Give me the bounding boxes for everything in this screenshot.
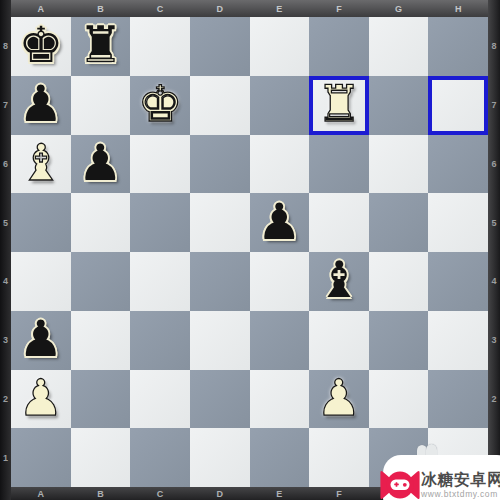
square-b2[interactable]	[71, 370, 131, 429]
rank-label-1: 1	[0, 428, 11, 487]
rank-labels-right: 87654321	[488, 17, 500, 487]
square-e8[interactable]	[250, 17, 310, 76]
rank-label-6: 6	[0, 135, 11, 194]
square-g5[interactable]	[369, 193, 429, 252]
square-f7[interactable]: ♜	[309, 76, 369, 135]
square-f1[interactable]	[309, 428, 369, 487]
file-label-b: B	[71, 0, 131, 17]
square-g2[interactable]	[369, 370, 429, 429]
square-h3[interactable]	[428, 311, 488, 370]
square-c8[interactable]	[130, 17, 190, 76]
square-f8[interactable]	[309, 17, 369, 76]
square-c7[interactable]: ♚	[130, 76, 190, 135]
file-label-b: B	[71, 487, 131, 500]
square-d6[interactable]	[190, 135, 250, 194]
square-b8[interactable]: ♜	[71, 17, 131, 76]
square-c3[interactable]	[130, 311, 190, 370]
square-c1[interactable]	[130, 428, 190, 487]
square-f2[interactable]: ♟	[309, 370, 369, 429]
rank-label-2: 2	[0, 370, 11, 429]
rank-label-6: 6	[488, 135, 500, 194]
square-f6[interactable]	[309, 135, 369, 194]
rank-label-5: 5	[0, 193, 11, 252]
square-h8[interactable]	[428, 17, 488, 76]
square-e2[interactable]	[250, 370, 310, 429]
file-labels-top: ABCDEFGH	[11, 0, 488, 17]
rank-label-3: 3	[0, 311, 11, 370]
square-d1[interactable]	[190, 428, 250, 487]
rank-label-3: 3	[488, 311, 500, 370]
square-e6[interactable]	[250, 135, 310, 194]
rank-label-2: 2	[488, 370, 500, 429]
square-a6[interactable]: ♝	[11, 135, 71, 194]
black-rook[interactable]: ♜	[78, 20, 123, 70]
square-c5[interactable]	[130, 193, 190, 252]
file-label-e: E	[250, 0, 310, 17]
black-king[interactable]: ♚	[18, 20, 63, 70]
square-f4[interactable]: ♝	[309, 252, 369, 311]
square-a3[interactable]: ♟	[11, 311, 71, 370]
square-e7[interactable]	[250, 76, 310, 135]
rank-label-7: 7	[0, 76, 11, 135]
square-d8[interactable]	[190, 17, 250, 76]
square-b7[interactable]	[71, 76, 131, 135]
square-h6[interactable]	[428, 135, 488, 194]
file-label-c: C	[130, 487, 190, 500]
candy-gamepad-logo-icon	[380, 466, 420, 500]
square-a8[interactable]: ♚	[11, 17, 71, 76]
chess-app-screenshot: ABCDEFGH ABCDEFGH 87654321 87654321 ♚♜♟♚…	[0, 0, 500, 500]
square-b3[interactable]	[71, 311, 131, 370]
square-e3[interactable]	[250, 311, 310, 370]
black-bishop[interactable]: ♝	[317, 255, 362, 305]
black-pawn[interactable]: ♟	[78, 138, 123, 188]
square-b6[interactable]: ♟	[71, 135, 131, 194]
square-e5[interactable]: ♟	[250, 193, 310, 252]
square-d2[interactable]	[190, 370, 250, 429]
square-h2[interactable]	[428, 370, 488, 429]
square-d3[interactable]	[190, 311, 250, 370]
rank-labels-left: 87654321	[0, 17, 11, 487]
file-label-a: A	[11, 487, 71, 500]
rank-label-8: 8	[0, 17, 11, 76]
file-label-e: E	[250, 487, 310, 500]
square-d7[interactable]	[190, 76, 250, 135]
white-rook[interactable]: ♜	[317, 79, 362, 129]
square-d4[interactable]	[190, 252, 250, 311]
square-g3[interactable]	[369, 311, 429, 370]
square-e1[interactable]	[250, 428, 310, 487]
square-h5[interactable]	[428, 193, 488, 252]
square-c6[interactable]	[130, 135, 190, 194]
square-c4[interactable]	[130, 252, 190, 311]
rank-label-4: 4	[0, 252, 11, 311]
square-d5[interactable]	[190, 193, 250, 252]
file-label-d: D	[190, 487, 250, 500]
square-c2[interactable]	[130, 370, 190, 429]
chess-board[interactable]: ♚♜♟♚♜♝♟♟♝♟♟♟	[11, 17, 488, 487]
file-label-f: F	[309, 0, 369, 17]
file-label-h: H	[428, 0, 488, 17]
file-label-a: A	[11, 0, 71, 17]
black-pawn[interactable]: ♟	[18, 79, 63, 129]
watermark: 冰糖安卓网 www.btxtdmy.com	[383, 455, 500, 500]
rank-label-8: 8	[488, 17, 500, 76]
square-g7[interactable]	[369, 76, 429, 135]
square-h4[interactable]	[428, 252, 488, 311]
file-label-g: G	[369, 0, 429, 17]
file-label-f: F	[309, 487, 369, 500]
square-b1[interactable]	[71, 428, 131, 487]
square-g8[interactable]	[369, 17, 429, 76]
file-label-d: D	[190, 0, 250, 17]
square-a1[interactable]	[11, 428, 71, 487]
square-f3[interactable]	[309, 311, 369, 370]
white-bishop[interactable]: ♝	[18, 138, 63, 188]
square-h7[interactable]	[428, 76, 488, 135]
square-b5[interactable]	[71, 193, 131, 252]
square-g4[interactable]	[369, 252, 429, 311]
white-pawn[interactable]: ♟	[317, 373, 362, 423]
rank-label-7: 7	[488, 76, 500, 135]
white-king[interactable]: ♚	[138, 79, 183, 129]
square-g6[interactable]	[369, 135, 429, 194]
watermark-site-url: www.btxtdmy.com	[421, 489, 500, 499]
white-pawn[interactable]: ♟	[18, 373, 63, 423]
black-pawn[interactable]: ♟	[18, 314, 63, 364]
square-e4[interactable]	[250, 252, 310, 311]
square-a2[interactable]: ♟	[11, 370, 71, 429]
square-a7[interactable]: ♟	[11, 76, 71, 135]
rank-label-5: 5	[488, 193, 500, 252]
square-a4[interactable]	[11, 252, 71, 311]
file-label-c: C	[130, 0, 190, 17]
square-f5[interactable]	[309, 193, 369, 252]
square-a5[interactable]	[11, 193, 71, 252]
black-pawn[interactable]: ♟	[257, 197, 302, 247]
rank-label-4: 4	[488, 252, 500, 311]
watermark-site-name: 冰糖安卓网	[421, 471, 500, 489]
square-b4[interactable]	[71, 252, 131, 311]
